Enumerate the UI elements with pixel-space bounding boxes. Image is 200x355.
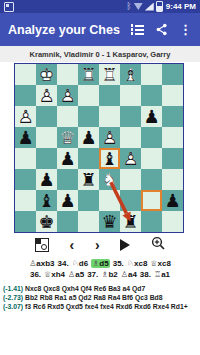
move-token[interactable]: ♘xc8 (127, 259, 148, 268)
square-f5[interactable]: ♟ (57, 148, 78, 169)
square-b8[interactable] (141, 211, 162, 232)
piece-white-pawn-f2[interactable]: ♟♙ (57, 85, 78, 106)
square-g5[interactable] (36, 148, 57, 169)
piece-black-pawn-f5[interactable]: ♟ (57, 148, 78, 169)
square-e2[interactable] (78, 85, 99, 106)
piece-black-pawn-e4[interactable]: ♟ (78, 127, 99, 148)
square-g4[interactable] (36, 127, 57, 148)
square-h3[interactable]: ♟♙ (15, 106, 36, 127)
square-h8[interactable] (15, 211, 36, 232)
app-bar: Analyze your Ches... ⋮ (0, 13, 200, 46)
square-h5[interactable] (15, 148, 36, 169)
wifi-icon (134, 3, 143, 10)
navigation-controls: ‹ › (0, 235, 200, 255)
square-h2[interactable] (15, 85, 36, 106)
notation-line-1: ♙axb334.♘d6♗d535.♘xc8♕xc8 (0, 258, 200, 269)
share-icon[interactable] (155, 23, 168, 36)
square-c5[interactable]: ♟♙ (120, 148, 141, 169)
piece-black-bishop-g7[interactable]: ♝ (36, 190, 57, 211)
piece-white-rook-e1[interactable]: ♜♖ (78, 64, 99, 85)
notation-line-2: 36.♕xh4♙a537.♗b2♙a438.♖a1 (0, 269, 200, 280)
square-e3[interactable] (78, 106, 99, 127)
square-e5[interactable] (78, 148, 99, 169)
square-d6[interactable]: ♞♘ (99, 169, 120, 190)
square-b2[interactable] (141, 85, 162, 106)
move-token[interactable]: ♕xc8 (150, 259, 171, 268)
square-h1[interactable] (15, 64, 36, 85)
chess-board-container: ♚♔♜♖♜♖♝♗♟♙♟♙♟♙♟♟♛♕♟♟♙♟♝♟♙♟♜♞♘♝♟♟♚♛♜ (14, 63, 184, 233)
square-a8[interactable] (162, 211, 183, 232)
piece-white-pawn-d4[interactable]: ♟♙ (99, 127, 120, 148)
app-window: ᛒ 9:44 PM Analyze your Ches... ⋮ Kramnik… (0, 0, 200, 355)
move-token[interactable]: ♕xh4 (44, 270, 65, 279)
players-header: Kramnik, Vladimir 0 - 1 Kasparov, Garry (0, 46, 200, 62)
move-token[interactable]: ♘d6 (72, 259, 89, 268)
piece-black-rook-c8[interactable]: ♜ (120, 211, 141, 232)
square-d3[interactable] (99, 106, 120, 127)
square-a3[interactable] (162, 106, 183, 127)
piece-black-pawn-a7[interactable]: ♟ (162, 190, 183, 211)
move-token[interactable]: ♖a1 (154, 270, 170, 279)
play-icon[interactable] (120, 239, 130, 251)
square-b3[interactable]: ♟ (141, 106, 162, 127)
flip-board-icon[interactable] (35, 238, 49, 252)
square-f2[interactable]: ♟♙ (57, 85, 78, 106)
piece-black-pawn-g6[interactable]: ♟ (36, 169, 57, 190)
square-d5[interactable]: ♝ (99, 148, 120, 169)
move-token[interactable]: 38. (140, 270, 151, 279)
engine-line-1[interactable]: (-1.41)Nxc8 Qxc8 Qxh4 Qf4 Re6 Ba3 a4 Qd7 (3, 284, 197, 293)
piece-white-knight-d6[interactable]: ♞♘ (99, 169, 120, 190)
engine-analysis-panel: (-1.41)Nxc8 Qxc8 Qxh4 Qf4 Re6 Ba3 a4 Qd7… (0, 284, 200, 311)
square-f7[interactable]: ♟ (57, 190, 78, 211)
square-f4[interactable]: ♛♕ (57, 127, 78, 148)
square-a5[interactable] (162, 148, 183, 169)
move-token[interactable]: 36. (30, 270, 41, 279)
square-e1[interactable]: ♜♖ (78, 64, 99, 85)
piece-white-pawn-g2[interactable]: ♟♙ (36, 85, 57, 106)
square-a1[interactable] (162, 64, 183, 85)
status-bar: ᛒ 9:44 PM (0, 0, 200, 13)
signal-icon (145, 3, 154, 11)
square-f1[interactable] (57, 64, 78, 85)
square-e6[interactable]: ♜ (78, 169, 99, 190)
current-move[interactable]: ♗d5 (91, 259, 110, 268)
notification-icon (4, 2, 14, 12)
square-b7[interactable] (141, 190, 162, 211)
next-move-icon[interactable]: › (95, 238, 100, 252)
square-g6[interactable]: ♟ (36, 169, 57, 190)
square-e8[interactable] (78, 211, 99, 232)
status-clock: 9:44 PM (166, 2, 196, 11)
move-token[interactable]: ♙a5 (68, 270, 84, 279)
square-g8[interactable]: ♚ (36, 211, 57, 232)
square-c4[interactable] (120, 127, 141, 148)
app-title: Analyze your Ches... (8, 23, 120, 37)
square-g7[interactable]: ♝ (36, 190, 57, 211)
previous-move-icon[interactable]: ‹ (70, 238, 75, 252)
piece-black-bishop-d5[interactable]: ♝ (99, 148, 120, 169)
square-h7[interactable] (15, 190, 36, 211)
square-a2[interactable] (162, 85, 183, 106)
square-c8[interactable]: ♜ (120, 211, 141, 232)
square-g3[interactable] (36, 106, 57, 127)
engine-line-3[interactable]: (-3.07)f3 Rc6 Rxd5 Qxd5 fxe4 fxe4 Rxd6 R… (3, 302, 197, 311)
square-b4[interactable] (141, 127, 162, 148)
square-c2[interactable] (120, 85, 141, 106)
move-list-icon[interactable] (131, 23, 145, 37)
square-d4[interactable]: ♟♙ (99, 127, 120, 148)
piece-white-queen-f4[interactable]: ♛♕ (57, 127, 78, 148)
square-h6[interactable] (15, 169, 36, 190)
square-e4[interactable]: ♟ (78, 127, 99, 148)
chess-board[interactable]: ♚♔♜♖♜♖♝♗♟♙♟♙♟♙♟♟♛♕♟♟♙♟♝♟♙♟♜♞♘♝♟♟♚♛♜ (14, 63, 184, 233)
square-f6[interactable] (57, 169, 78, 190)
piece-black-rook-e6[interactable]: ♜ (78, 169, 99, 190)
battery-icon (156, 1, 163, 12)
square-g2[interactable]: ♟♙ (36, 85, 57, 106)
square-c7[interactable] (120, 190, 141, 211)
overflow-menu-icon[interactable]: ⋮ (179, 23, 192, 36)
square-d1[interactable]: ♜♖ (99, 64, 120, 85)
piece-white-rook-d1[interactable]: ♜♖ (99, 64, 120, 85)
square-f8[interactable] (57, 211, 78, 232)
move-token[interactable]: 37. (87, 270, 98, 279)
move-token[interactable]: ♙a4 (121, 270, 137, 279)
bluetooth-icon: ᛒ (126, 2, 131, 11)
piece-black-pawn-h4[interactable]: ♟ (15, 127, 36, 148)
square-b5[interactable] (141, 148, 162, 169)
square-g1[interactable]: ♚♔ (36, 64, 57, 85)
square-d7[interactable] (99, 190, 120, 211)
piece-white-pawn-h3[interactable]: ♟♙ (15, 106, 36, 127)
engine-line-2[interactable]: (-2.73)Bb2 Rb8 Ra1 a5 Qd2 Ra8 Ra4 Bf6 Qc… (3, 293, 197, 302)
square-b6[interactable] (141, 169, 162, 190)
square-d2[interactable] (99, 85, 120, 106)
square-c3[interactable] (120, 106, 141, 127)
square-a7[interactable]: ♟ (162, 190, 183, 211)
square-h4[interactable]: ♟ (15, 127, 36, 148)
piece-black-pawn-f7[interactable]: ♟ (57, 190, 78, 211)
square-d8[interactable]: ♛ (99, 211, 120, 232)
move-notation: ♙axb334.♘d6♗d535.♘xc8♕xc836.♕xh4♙a537.♗b… (0, 258, 200, 280)
piece-black-queen-d8[interactable]: ♛ (99, 211, 120, 232)
square-a6[interactable] (162, 169, 183, 190)
piece-white-bishop-c1[interactable]: ♝♗ (120, 64, 141, 85)
piece-white-pawn-c5[interactable]: ♟♙ (120, 148, 141, 169)
piece-black-king-g8[interactable]: ♚ (36, 211, 57, 232)
square-f3[interactable] (57, 106, 78, 127)
move-token[interactable]: 35. (113, 259, 124, 268)
square-c1[interactable]: ♝♗ (120, 64, 141, 85)
square-b1[interactable] (141, 64, 162, 85)
piece-black-pawn-b3[interactable]: ♟ (141, 106, 162, 127)
move-token[interactable]: 34. (58, 259, 69, 268)
zoom-in-icon[interactable] (151, 236, 165, 254)
square-c6[interactable] (120, 169, 141, 190)
square-a4[interactable] (162, 127, 183, 148)
move-token[interactable]: ♙axb3 (29, 259, 54, 268)
square-e7[interactable] (78, 190, 99, 211)
move-token[interactable]: ♗b2 (101, 270, 118, 279)
piece-white-king-g1[interactable]: ♚♔ (36, 64, 57, 85)
